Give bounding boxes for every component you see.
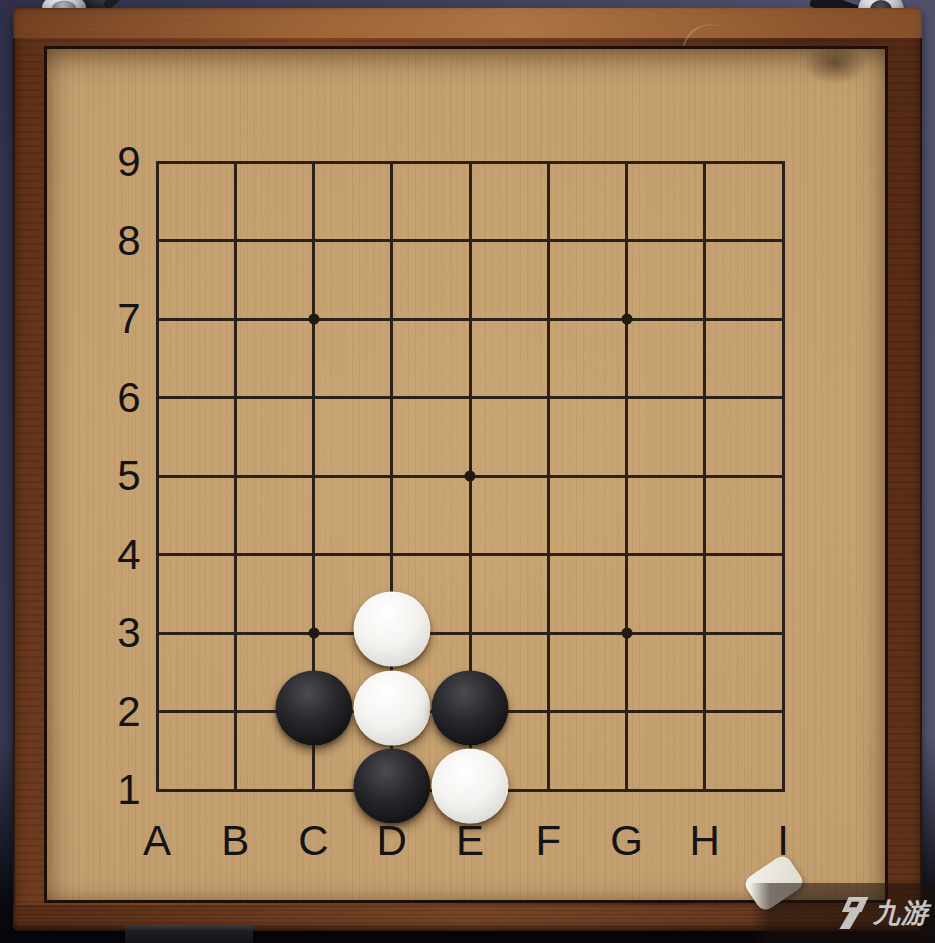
- star-point: [621, 314, 632, 325]
- row-label: 3: [117, 609, 140, 657]
- col-label: H: [690, 817, 720, 865]
- star-point: [621, 628, 632, 639]
- grid-line-horizontal: [156, 239, 785, 242]
- stone-black-D1[interactable]: [353, 749, 430, 824]
- grid-line-horizontal: [156, 318, 785, 321]
- star-point: [465, 471, 476, 482]
- col-label: F: [535, 817, 561, 865]
- row-label: 2: [117, 688, 140, 736]
- col-label: A: [143, 817, 171, 865]
- grid-line-horizontal: [156, 632, 785, 635]
- col-label: G: [610, 817, 643, 865]
- watermark-bar: 九游: [750, 883, 935, 943]
- col-label: B: [221, 817, 249, 865]
- col-label: C: [298, 817, 328, 865]
- stone-white-D3[interactable]: [353, 592, 430, 667]
- grid-line-horizontal: [156, 161, 785, 164]
- row-label: 1: [117, 766, 140, 814]
- grid-line-horizontal: [156, 396, 785, 399]
- table-foot: [125, 925, 253, 943]
- goban-board[interactable]: 987654321ABCDEFGHI: [0, 0, 935, 943]
- stone-white-E1[interactable]: [432, 749, 509, 824]
- row-label: 6: [117, 374, 140, 422]
- star-point: [308, 314, 319, 325]
- row-label: 9: [117, 138, 140, 186]
- col-label: D: [377, 817, 407, 865]
- stone-black-C2[interactable]: [275, 670, 352, 745]
- go-game-scene: 987654321ABCDEFGHI 九游: [0, 0, 935, 943]
- jiuyou-logo-icon: [835, 896, 872, 930]
- stone-black-E2[interactable]: [432, 670, 509, 745]
- row-label: 7: [117, 295, 140, 343]
- grid-line-horizontal: [156, 553, 785, 556]
- stone-white-D2[interactable]: [353, 670, 430, 745]
- row-label: 5: [117, 452, 140, 500]
- row-label: 4: [117, 531, 140, 579]
- row-label: 8: [117, 217, 140, 265]
- watermark-brand-text: 九游: [873, 895, 929, 931]
- star-point: [308, 628, 319, 639]
- col-label: E: [456, 817, 484, 865]
